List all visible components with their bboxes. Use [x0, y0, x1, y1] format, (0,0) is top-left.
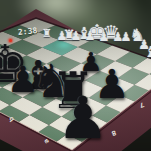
piece-white-pawn[interactable]: ♟ [99, 31, 110, 43]
red-marker [9, 39, 12, 42]
piece-white-rook[interactable]: ♜ [42, 28, 52, 39]
piece-white-pawn[interactable]: ♟ [85, 30, 96, 42]
piece-white-pawn[interactable]: ♟ [57, 30, 68, 42]
chess-scene: ba87 ♜♜♝♚♛♟♟♟♟♟♟♞♟♝♟♚♝♟♞♟♜♟ 2:38 [0, 0, 151, 151]
piece-white-bishop[interactable]: ♝ [144, 45, 151, 60]
piece-white-pawn[interactable]: ♟ [71, 30, 82, 42]
piece-black-pawn[interactable]: ♟ [57, 89, 109, 147]
